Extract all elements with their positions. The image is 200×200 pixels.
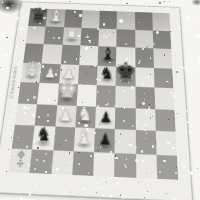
square-e4[interactable] bbox=[96, 85, 116, 107]
square-g3[interactable] bbox=[135, 108, 155, 131]
square-f5[interactable] bbox=[116, 66, 135, 87]
square-g4[interactable] bbox=[135, 87, 155, 109]
square-g6[interactable] bbox=[135, 48, 154, 68]
square-h2[interactable] bbox=[156, 131, 177, 155]
square-f8[interactable] bbox=[117, 11, 135, 29]
square-a4[interactable] bbox=[18, 82, 40, 104]
square-g1[interactable] bbox=[135, 153, 156, 179]
square-c7[interactable] bbox=[62, 27, 81, 46]
chess-photo: ✥ ✣ Chessmen ♛♝♜♝♛♟♟♞♚♚♟♞♟♞♝♟ bbox=[0, 0, 200, 200]
square-c1[interactable] bbox=[51, 150, 74, 175]
square-a5[interactable] bbox=[21, 62, 42, 83]
square-b5[interactable] bbox=[40, 63, 61, 84]
square-h3[interactable] bbox=[155, 109, 176, 132]
square-h8[interactable] bbox=[152, 13, 170, 31]
square-f2[interactable] bbox=[115, 129, 136, 153]
square-g5[interactable] bbox=[135, 67, 154, 88]
square-c2[interactable] bbox=[53, 127, 75, 151]
square-f3[interactable] bbox=[115, 107, 135, 130]
square-d7[interactable] bbox=[80, 27, 99, 46]
square-c8[interactable] bbox=[64, 9, 83, 27]
board-squares bbox=[9, 8, 179, 180]
square-d3[interactable] bbox=[75, 105, 96, 128]
square-b6[interactable] bbox=[42, 44, 62, 64]
square-f4[interactable] bbox=[116, 86, 136, 108]
square-b2[interactable] bbox=[32, 126, 55, 150]
square-e2[interactable] bbox=[94, 128, 115, 152]
square-b7[interactable] bbox=[44, 26, 64, 45]
square-g7[interactable] bbox=[135, 29, 153, 48]
square-f6[interactable] bbox=[116, 47, 135, 67]
square-d6[interactable] bbox=[79, 45, 98, 65]
board-scene: ✥ ✣ Chessmen ♛♝♜♝♛♟♟♞♚♚♟♞♟♞♝♟ bbox=[0, 0, 200, 200]
square-a6[interactable] bbox=[23, 43, 44, 63]
square-a3[interactable] bbox=[15, 103, 37, 126]
square-e6[interactable] bbox=[98, 46, 117, 66]
square-d2[interactable] bbox=[73, 127, 95, 151]
square-c5[interactable] bbox=[59, 64, 79, 85]
square-e3[interactable] bbox=[95, 106, 116, 129]
square-h7[interactable] bbox=[153, 30, 172, 49]
pieces-layer: ♛♝♜♝♛♟♟♞♚♚♟♞♟♞♝♟ bbox=[21, 2, 179, 8]
square-d8[interactable] bbox=[81, 10, 99, 28]
chess-board: ✥ ✣ Chessmen ♛♝♜♝♛♟♟♞♚♚♟♞♟♞♝♟ bbox=[0, 2, 192, 200]
square-e7[interactable] bbox=[98, 28, 117, 47]
square-h5[interactable] bbox=[154, 67, 174, 88]
photo-shadow-smudge bbox=[0, 0, 24, 14]
square-e1[interactable] bbox=[93, 152, 115, 178]
square-g8[interactable] bbox=[135, 12, 153, 30]
board-edge-text: Chessmen bbox=[8, 66, 18, 99]
square-f1[interactable] bbox=[114, 152, 135, 178]
square-f7[interactable] bbox=[117, 29, 135, 48]
square-h4[interactable] bbox=[154, 87, 174, 109]
square-g2[interactable] bbox=[135, 130, 156, 154]
square-b1[interactable] bbox=[30, 149, 53, 174]
photo-corner-mark bbox=[191, 0, 200, 6]
square-e8[interactable] bbox=[99, 11, 117, 29]
square-c6[interactable] bbox=[60, 45, 80, 65]
square-a7[interactable] bbox=[26, 25, 46, 44]
square-a2[interactable] bbox=[12, 125, 35, 149]
square-e5[interactable] bbox=[97, 65, 116, 86]
square-b3[interactable] bbox=[35, 104, 57, 127]
square-c3[interactable] bbox=[55, 105, 76, 128]
square-b4[interactable] bbox=[37, 83, 58, 105]
square-d1[interactable] bbox=[72, 151, 94, 176]
square-d4[interactable] bbox=[76, 84, 96, 106]
square-h1[interactable] bbox=[156, 154, 178, 180]
square-h6[interactable] bbox=[153, 48, 172, 68]
square-c4[interactable] bbox=[57, 84, 78, 106]
square-d5[interactable] bbox=[78, 64, 98, 85]
